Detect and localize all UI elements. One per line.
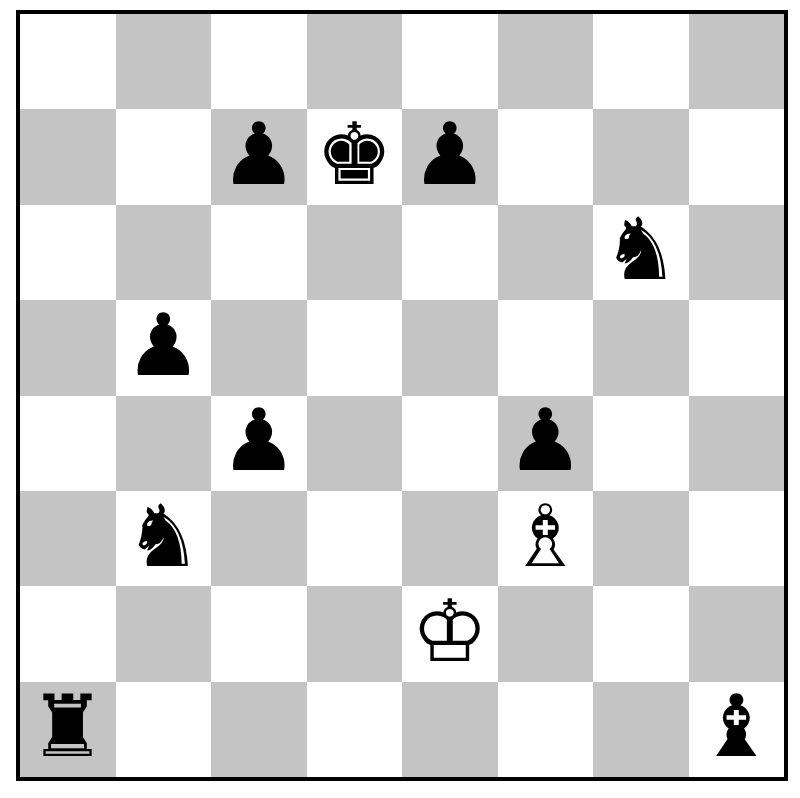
square-f2[interactable]	[498, 586, 594, 681]
chess-board-frame: ♟♚♟♞♟♟♟♞♗♔♜♝	[16, 10, 788, 781]
square-g6[interactable]: ♞	[593, 205, 689, 300]
square-a7[interactable]	[20, 109, 116, 204]
square-h4[interactable]	[689, 396, 785, 491]
square-b1[interactable]	[116, 682, 212, 777]
square-h8[interactable]	[689, 14, 785, 109]
black-bishop[interactable]: ♝	[698, 683, 775, 769]
square-c5[interactable]	[211, 300, 307, 395]
square-g7[interactable]	[593, 109, 689, 204]
black-pawn[interactable]: ♟	[220, 111, 297, 197]
square-g2[interactable]	[593, 586, 689, 681]
square-b5[interactable]: ♟	[116, 300, 212, 395]
square-e5[interactable]	[402, 300, 498, 395]
square-d7[interactable]: ♚	[307, 109, 403, 204]
square-b2[interactable]	[116, 586, 212, 681]
square-a1[interactable]: ♜	[20, 682, 116, 777]
square-f1[interactable]	[498, 682, 594, 777]
square-f4[interactable]: ♟	[498, 396, 594, 491]
square-c4[interactable]: ♟	[211, 396, 307, 491]
square-d6[interactable]	[307, 205, 403, 300]
square-b7[interactable]	[116, 109, 212, 204]
square-a3[interactable]	[20, 491, 116, 586]
square-g8[interactable]	[593, 14, 689, 109]
black-pawn[interactable]: ♟	[220, 397, 297, 483]
square-h1[interactable]: ♝	[689, 682, 785, 777]
square-h7[interactable]	[689, 109, 785, 204]
square-b3[interactable]: ♞	[116, 491, 212, 586]
square-c1[interactable]	[211, 682, 307, 777]
chess-board: ♟♚♟♞♟♟♟♞♗♔♜♝	[20, 14, 784, 777]
square-h3[interactable]	[689, 491, 785, 586]
black-king[interactable]: ♚	[316, 111, 393, 197]
square-e4[interactable]	[402, 396, 498, 491]
square-e3[interactable]	[402, 491, 498, 586]
square-d1[interactable]	[307, 682, 403, 777]
square-c7[interactable]: ♟	[211, 109, 307, 204]
black-knight[interactable]: ♞	[602, 206, 679, 292]
square-d3[interactable]	[307, 491, 403, 586]
square-d5[interactable]	[307, 300, 403, 395]
square-d4[interactable]	[307, 396, 403, 491]
square-h6[interactable]	[689, 205, 785, 300]
square-g3[interactable]	[593, 491, 689, 586]
black-knight[interactable]: ♞	[125, 493, 202, 579]
square-e2[interactable]: ♔	[402, 586, 498, 681]
square-f6[interactable]	[498, 205, 594, 300]
white-bishop[interactable]: ♗	[507, 493, 584, 579]
square-c3[interactable]	[211, 491, 307, 586]
square-a6[interactable]	[20, 205, 116, 300]
black-pawn[interactable]: ♟	[125, 302, 202, 388]
square-b4[interactable]	[116, 396, 212, 491]
square-e6[interactable]	[402, 205, 498, 300]
square-c6[interactable]	[211, 205, 307, 300]
square-c8[interactable]	[211, 14, 307, 109]
square-a5[interactable]	[20, 300, 116, 395]
square-f5[interactable]	[498, 300, 594, 395]
square-e8[interactable]	[402, 14, 498, 109]
square-g1[interactable]	[593, 682, 689, 777]
square-e7[interactable]: ♟	[402, 109, 498, 204]
square-f7[interactable]	[498, 109, 594, 204]
square-a4[interactable]	[20, 396, 116, 491]
square-a8[interactable]	[20, 14, 116, 109]
square-d8[interactable]	[307, 14, 403, 109]
square-b8[interactable]	[116, 14, 212, 109]
square-h5[interactable]	[689, 300, 785, 395]
square-c2[interactable]	[211, 586, 307, 681]
square-g4[interactable]	[593, 396, 689, 491]
black-pawn[interactable]: ♟	[507, 397, 584, 483]
square-f3[interactable]: ♗	[498, 491, 594, 586]
square-b6[interactable]	[116, 205, 212, 300]
square-e1[interactable]	[402, 682, 498, 777]
white-king[interactable]: ♔	[411, 588, 488, 674]
square-d2[interactable]	[307, 586, 403, 681]
black-rook[interactable]: ♜	[29, 683, 106, 769]
square-g5[interactable]	[593, 300, 689, 395]
square-h2[interactable]	[689, 586, 785, 681]
square-f8[interactable]	[498, 14, 594, 109]
square-a2[interactable]	[20, 586, 116, 681]
black-pawn[interactable]: ♟	[411, 111, 488, 197]
